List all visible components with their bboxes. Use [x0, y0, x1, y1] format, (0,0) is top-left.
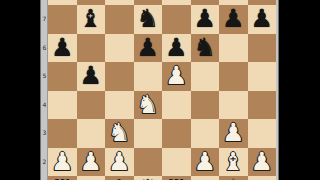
square-a1[interactable]: ♜: [48, 176, 77, 180]
square-f6[interactable]: ♞: [191, 34, 220, 63]
square-g3[interactable]: ♟: [219, 119, 248, 148]
square-b6[interactable]: [77, 34, 106, 63]
white-rook: ♜: [51, 176, 73, 180]
black-pawn: ♟: [194, 5, 216, 34]
board-frame-left: [40, 0, 48, 180]
square-g2[interactable]: ♝: [219, 148, 248, 177]
black-bishop: ♝: [80, 5, 102, 34]
white-rook: ♜: [165, 176, 187, 180]
rank-label-7: 7: [41, 15, 48, 23]
square-h6[interactable]: [248, 34, 277, 63]
white-pawn: ♟: [251, 148, 273, 177]
square-b4[interactable]: [77, 91, 106, 120]
rank-label-4: 4: [41, 101, 48, 109]
black-pawn: ♟: [222, 5, 244, 34]
square-d5[interactable]: [134, 62, 163, 91]
square-h1[interactable]: [248, 176, 277, 180]
white-pawn: ♟: [165, 62, 187, 91]
square-c2[interactable]: ♟: [105, 148, 134, 177]
square-d4[interactable]: ♞: [134, 91, 163, 120]
rank-label-3: 3: [41, 129, 48, 137]
square-e1[interactable]: ♜: [162, 176, 191, 180]
square-d6[interactable]: ♟: [134, 34, 163, 63]
square-e7[interactable]: [162, 5, 191, 34]
rank-label-5: 5: [41, 72, 48, 80]
square-c1[interactable]: ♝: [105, 176, 134, 180]
square-h3[interactable]: [248, 119, 277, 148]
black-knight: ♞: [194, 34, 216, 63]
white-pawn: ♟: [80, 148, 102, 177]
rank-label-2: 2: [41, 158, 48, 166]
square-c4[interactable]: [105, 91, 134, 120]
square-a7[interactable]: [48, 5, 77, 34]
square-e3[interactable]: [162, 119, 191, 148]
square-b3[interactable]: [77, 119, 106, 148]
square-d1[interactable]: ♛: [134, 176, 163, 180]
square-a5[interactable]: [48, 62, 77, 91]
rank-label-6: 6: [41, 44, 48, 52]
square-c3[interactable]: ♞: [105, 119, 134, 148]
black-pawn: ♟: [251, 5, 273, 34]
white-bishop: ♝: [108, 176, 130, 180]
square-e4[interactable]: [162, 91, 191, 120]
square-a4[interactable]: [48, 91, 77, 120]
square-f1[interactable]: [191, 176, 220, 180]
square-c6[interactable]: [105, 34, 134, 63]
square-g7[interactable]: ♟: [219, 5, 248, 34]
white-bishop: ♝: [222, 148, 244, 177]
square-a6[interactable]: ♟: [48, 34, 77, 63]
square-f3[interactable]: [191, 119, 220, 148]
white-knight: ♞: [137, 91, 159, 120]
square-f2[interactable]: ♟: [191, 148, 220, 177]
square-a3[interactable]: [48, 119, 77, 148]
chess-board: ♜♛♚♝♜♝♞♟♟♟♟♟♟♞♟♟♞♞♟♟♟♟♟♝♟♜♝♛♜♚: [48, 0, 276, 180]
white-pawn: ♟: [194, 148, 216, 177]
white-pawn: ♟: [51, 148, 73, 177]
square-d7[interactable]: ♞: [134, 5, 163, 34]
square-g6[interactable]: [219, 34, 248, 63]
white-pawn: ♟: [222, 119, 244, 148]
white-king: ♚: [222, 176, 244, 180]
square-f7[interactable]: ♟: [191, 5, 220, 34]
square-e6[interactable]: ♟: [162, 34, 191, 63]
square-c7[interactable]: [105, 5, 134, 34]
square-b1[interactable]: [77, 176, 106, 180]
square-b7[interactable]: ♝: [77, 5, 106, 34]
chess-video-frame: ♜♛♚♝♜♝♞♟♟♟♟♟♟♞♟♟♞♞♟♟♟♟♟♝♟♜♝♛♜♚ 87654321: [0, 0, 320, 180]
square-b2[interactable]: ♟: [77, 148, 106, 177]
square-h2[interactable]: ♟: [248, 148, 277, 177]
square-e2[interactable]: [162, 148, 191, 177]
square-e5[interactable]: ♟: [162, 62, 191, 91]
square-g5[interactable]: [219, 62, 248, 91]
black-pawn: ♟: [51, 34, 73, 63]
board-frame-right: [276, 0, 279, 180]
square-h4[interactable]: [248, 91, 277, 120]
white-queen: ♛: [137, 176, 159, 180]
black-pawn: ♟: [80, 62, 102, 91]
square-h7[interactable]: ♟: [248, 5, 277, 34]
square-c5[interactable]: [105, 62, 134, 91]
square-d3[interactable]: [134, 119, 163, 148]
white-pawn: ♟: [108, 148, 130, 177]
square-h5[interactable]: [248, 62, 277, 91]
square-g4[interactable]: [219, 91, 248, 120]
square-f5[interactable]: [191, 62, 220, 91]
square-g1[interactable]: ♚: [219, 176, 248, 180]
square-d2[interactable]: [134, 148, 163, 177]
black-pawn: ♟: [165, 34, 187, 63]
square-a2[interactable]: ♟: [48, 148, 77, 177]
square-b5[interactable]: ♟: [77, 62, 106, 91]
white-knight: ♞: [108, 119, 130, 148]
black-pawn: ♟: [137, 34, 159, 63]
black-knight: ♞: [137, 5, 159, 34]
square-f4[interactable]: [191, 91, 220, 120]
